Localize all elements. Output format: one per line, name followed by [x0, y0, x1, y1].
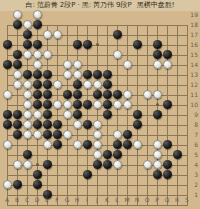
black-stone — [13, 120, 22, 129]
black-player-name: 芮乃伟 — [93, 0, 114, 11]
column-label: Q — [162, 196, 172, 203]
white-stone — [113, 100, 122, 109]
black-stone — [83, 70, 92, 79]
white-stone — [23, 80, 32, 89]
row-label: 15 — [189, 51, 198, 58]
white-stone — [73, 60, 82, 69]
row-label: 17 — [189, 31, 198, 38]
black-stone — [83, 170, 92, 179]
column-label: J — [92, 196, 102, 203]
black-stone — [13, 130, 22, 139]
black-stone — [93, 70, 102, 79]
black-stone — [73, 40, 82, 49]
black-stone — [73, 100, 82, 109]
row-label: 4 — [189, 161, 198, 168]
white-stone — [53, 100, 62, 109]
row-label: 10 — [189, 101, 198, 108]
black-player-rank: 9段P — [116, 0, 132, 11]
white-stone — [143, 90, 152, 99]
column-label: B — [12, 196, 22, 203]
black-stone — [33, 40, 42, 49]
column-label: A — [2, 196, 12, 203]
black-stone — [23, 40, 32, 49]
white-stone — [23, 20, 32, 29]
black-stone — [123, 130, 132, 139]
black-stone — [33, 70, 42, 79]
black-stone — [73, 90, 82, 99]
black-stone — [43, 110, 52, 119]
black-stone — [103, 160, 112, 169]
column-label: K — [102, 196, 112, 203]
white-stone — [23, 90, 32, 99]
white-stone — [113, 50, 122, 59]
black-stone — [153, 170, 162, 179]
column-label: R — [172, 196, 182, 203]
game-result: 黑棋中盘胜! — [137, 0, 175, 11]
black-stone — [73, 110, 82, 119]
star-point — [96, 43, 99, 46]
row-label: 8 — [189, 121, 198, 128]
row-label: 16 — [189, 41, 198, 48]
black-stone — [23, 30, 32, 39]
white-stone — [93, 130, 102, 139]
white-stone — [13, 70, 22, 79]
black-stone — [13, 60, 22, 69]
black-stone — [33, 120, 42, 129]
black-stone — [93, 90, 102, 99]
white-stone — [23, 160, 32, 169]
black-stone — [43, 90, 52, 99]
white-stone — [153, 140, 162, 149]
row-label: 6 — [189, 141, 198, 148]
go-app-window: 白:范蔚菁 2段P ·黑:芮乃伟 9段P 黑棋中盘胜! ABCDEFGHIJKL… — [0, 0, 200, 209]
white-stone — [43, 30, 52, 39]
white-stone — [23, 110, 32, 119]
white-stone — [3, 90, 12, 99]
black-stone — [23, 150, 32, 159]
black-stone — [23, 70, 32, 79]
white-stone — [13, 160, 22, 169]
black-stone — [113, 90, 122, 99]
row-label: 5 — [189, 151, 198, 158]
black-stone — [43, 70, 52, 79]
white-stone — [33, 130, 42, 139]
white-stone — [23, 120, 32, 129]
white-stone — [93, 80, 102, 89]
white-player-name: 范蔚菁 — [37, 0, 58, 11]
white-stone — [113, 160, 122, 169]
white-stone — [13, 10, 22, 19]
column-label: G — [62, 196, 72, 203]
white-player-rank: 2段P — [60, 0, 76, 11]
white-stone — [93, 120, 102, 129]
white-stone — [93, 100, 102, 109]
black-stone — [133, 120, 142, 129]
white-stone — [33, 110, 42, 119]
black-stone — [123, 140, 132, 149]
black-stone — [43, 80, 52, 89]
star-point — [36, 163, 39, 166]
white-stone — [3, 140, 12, 149]
white-stone — [143, 160, 152, 169]
black-stone — [163, 170, 172, 179]
black-stone — [73, 80, 82, 89]
black-stone — [83, 140, 92, 149]
black-stone — [103, 90, 112, 99]
column-label: P — [152, 196, 162, 203]
black-stone — [133, 40, 142, 49]
column-label: L — [112, 196, 122, 203]
row-label: 3 — [189, 171, 198, 178]
black-stone — [103, 80, 112, 89]
black-stone — [133, 110, 142, 119]
column-label: M — [122, 196, 132, 203]
black-stone — [63, 90, 72, 99]
black-stone — [43, 100, 52, 109]
black-stone — [103, 110, 112, 119]
white-stone — [43, 50, 52, 59]
column-label: O — [142, 196, 152, 203]
white-stone — [63, 60, 72, 69]
column-label: H — [72, 196, 82, 203]
black-stone — [3, 120, 12, 129]
black-stone — [163, 160, 172, 169]
black-stone — [33, 90, 42, 99]
white-stone — [83, 80, 92, 89]
row-label: 13 — [189, 71, 198, 78]
black-stone — [53, 140, 62, 149]
column-label: N — [132, 196, 142, 203]
white-stone — [153, 150, 162, 159]
black-stone — [53, 120, 62, 129]
row-label: 11 — [189, 91, 198, 98]
white-stone — [113, 130, 122, 139]
black-stone — [103, 150, 112, 159]
column-label: F — [52, 196, 62, 203]
white-stone — [153, 160, 162, 169]
white-stone — [53, 80, 62, 89]
black-stone — [43, 160, 52, 169]
players-separator: · — [77, 0, 79, 11]
white-stone — [13, 80, 22, 89]
row-label: 14 — [189, 61, 198, 68]
white-stone — [123, 60, 132, 69]
black-stone — [43, 120, 52, 129]
black-stone — [13, 20, 22, 29]
row-label: 19 — [189, 11, 198, 18]
black-stone — [33, 80, 42, 89]
column-label: C — [22, 196, 32, 203]
go-board[interactable]: ABCDEFGHIJKLMNOPQRS191817161514131211109… — [0, 11, 200, 209]
white-stone — [63, 110, 72, 119]
black-stone — [103, 100, 112, 109]
row-label: 1 — [189, 191, 198, 198]
white-stone — [53, 30, 62, 39]
white-stone — [153, 90, 162, 99]
black-stone — [113, 140, 122, 149]
white-stone — [33, 60, 42, 69]
black-stone — [33, 180, 42, 189]
white-stone — [33, 10, 42, 19]
white-stone — [63, 70, 72, 79]
black-stone — [103, 70, 112, 79]
white-stone — [133, 140, 142, 149]
star-point — [156, 103, 159, 106]
white-stone — [123, 100, 132, 109]
black-stone — [113, 150, 122, 159]
white-stone — [153, 60, 162, 69]
black-stone — [153, 50, 162, 59]
row-label: 9 — [189, 111, 198, 118]
white-stone — [23, 50, 32, 59]
white-stone — [63, 130, 72, 139]
white-stone — [93, 140, 102, 149]
black-stone — [173, 150, 182, 159]
black-stone — [43, 130, 52, 139]
white-stone — [63, 100, 72, 109]
white-stone — [33, 50, 42, 59]
white-stone — [163, 60, 172, 69]
white-stone — [23, 100, 32, 109]
black-stone — [93, 160, 102, 169]
black-stone — [163, 50, 172, 59]
black-stone — [13, 180, 22, 189]
black-stone — [83, 100, 92, 109]
black-stone — [83, 40, 92, 49]
white-stone — [23, 130, 32, 139]
white-stone — [3, 180, 12, 189]
row-label: 18 — [189, 21, 198, 28]
column-label: I — [82, 196, 92, 203]
row-label: 7 — [189, 131, 198, 138]
white-player-prefix: 白: — [25, 0, 34, 11]
black-stone — [163, 100, 172, 109]
black-stone — [163, 140, 172, 149]
white-stone — [73, 140, 82, 149]
black-stone — [53, 130, 62, 139]
white-stone — [93, 150, 102, 159]
black-stone — [13, 110, 22, 119]
game-info-bar: 白:范蔚菁 2段P ·黑:芮乃伟 9段P 黑棋中盘胜! — [0, 0, 200, 11]
black-stone — [153, 110, 162, 119]
row-label: 12 — [189, 81, 198, 88]
white-stone — [123, 90, 132, 99]
black-stone — [33, 170, 42, 179]
column-label: E — [42, 196, 52, 203]
black-stone — [33, 100, 42, 109]
black-stone — [83, 120, 92, 129]
white-stone — [43, 140, 52, 149]
column-label: D — [32, 196, 42, 203]
white-stone — [73, 120, 82, 129]
black-stone — [3, 110, 12, 119]
black-stone — [3, 40, 12, 49]
black-stone — [3, 60, 12, 69]
row-label: 2 — [189, 181, 198, 188]
black-stone — [153, 40, 162, 49]
white-stone — [73, 70, 82, 79]
black-stone — [113, 30, 122, 39]
black-player-prefix: 黑: — [82, 0, 91, 11]
black-stone — [33, 20, 42, 29]
black-stone — [13, 50, 22, 59]
